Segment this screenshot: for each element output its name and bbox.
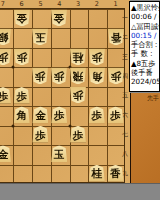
file-label-6: 6 — [20, 0, 24, 8]
shogi-piece-sente-4八[interactable]: 玉 — [51, 145, 67, 162]
shogi-piece-sente-3七[interactable]: 歩 — [70, 126, 86, 143]
shogi-piece-gote-7三[interactable]: 歩 — [0, 48, 11, 65]
shogi-piece-gote-6一[interactable]: 金 — [14, 9, 30, 26]
shogi-piece-gote-6三[interactable]: 歩 — [14, 48, 30, 65]
shogi-app-window: 7654321 一二三四五六七八九 銀歩金歩玉歩金歩桂飛歩歩角香歩歩金歩角金歩歩… — [0, 0, 160, 200]
info-line-3: 00:15 / 0 — [131, 31, 159, 40]
info-line-8: 2024/05/ — [131, 77, 159, 86]
shogi-piece-sente-6五[interactable]: 歩 — [14, 87, 30, 104]
rank-label-七: 七 — [122, 130, 128, 139]
bottom-gray-strip — [0, 183, 160, 200]
info-line-7: 後手番 — [131, 68, 159, 77]
info-line-1: 00:06 / 0 — [131, 12, 159, 21]
rank-label-三: 三 — [122, 52, 128, 61]
file-label-7: 7 — [1, 0, 5, 8]
shogi-piece-gote-4一[interactable]: 金 — [51, 9, 67, 26]
shogi-piece-sente-4六[interactable]: 歩 — [51, 106, 67, 123]
file-label-2: 2 — [95, 0, 99, 8]
shogi-piece-sente-1九[interactable]: 香 — [108, 165, 124, 182]
rank-label-八: 八 — [122, 149, 128, 158]
shogi-piece-gote-2四[interactable]: 角 — [89, 68, 105, 85]
rank-label-五: 五 — [122, 91, 128, 100]
game-info-panel: ▲黒沢怜生00:06 / 0△冨田誠也00:15 / 0手合割：手 数：▲8五歩… — [129, 1, 160, 92]
komadai-sente-label: 先手 — [147, 94, 159, 103]
info-line-2: △冨田誠也 — [131, 22, 159, 31]
file-label-1: 1 — [113, 0, 117, 8]
hoshi-dot — [12, 124, 15, 127]
sente-komadai-tray[interactable]: 先手 — [130, 93, 160, 183]
shogi-piece-sente-2九[interactable]: 桂 — [89, 165, 105, 182]
shogi-piece-gote-3四[interactable]: 飛 — [70, 68, 86, 85]
shogi-piece-sente-2六[interactable]: 歩 — [89, 106, 105, 123]
shogi-piece-sente-5六[interactable]: 金 — [32, 106, 48, 123]
shogi-board[interactable]: 7654321 一二三四五六七八九 銀歩金歩玉歩金歩桂飛歩歩角香歩歩金歩角金歩歩… — [0, 0, 130, 183]
rank-label-一: 一 — [122, 13, 128, 22]
file-label-3: 3 — [76, 0, 80, 8]
hoshi-dot — [12, 66, 15, 69]
shogi-piece-gote-4四[interactable]: 歩 — [51, 68, 67, 85]
shogi-piece-sente-5七[interactable]: 歩 — [32, 126, 48, 143]
file-label-4: 4 — [57, 0, 61, 8]
shogi-piece-sente-1六[interactable]: 歩 — [108, 106, 124, 123]
info-line-0: ▲黒沢怜生 — [131, 3, 159, 12]
file-label-5: 5 — [38, 0, 42, 8]
info-line-4: 手合割： — [131, 40, 159, 49]
file-coordinate-labels: 7654321 — [0, 0, 130, 8]
shogi-piece-sente-6六[interactable]: 角 — [14, 106, 30, 123]
hoshi-dot — [68, 124, 71, 127]
info-line-5: 手 数： — [131, 49, 159, 58]
info-line-6: ▲8五歩 — [131, 59, 159, 68]
shogi-piece-gote-3三[interactable]: 桂 — [70, 48, 86, 65]
shogi-piece-gote-2三[interactable]: 歩 — [89, 48, 105, 65]
